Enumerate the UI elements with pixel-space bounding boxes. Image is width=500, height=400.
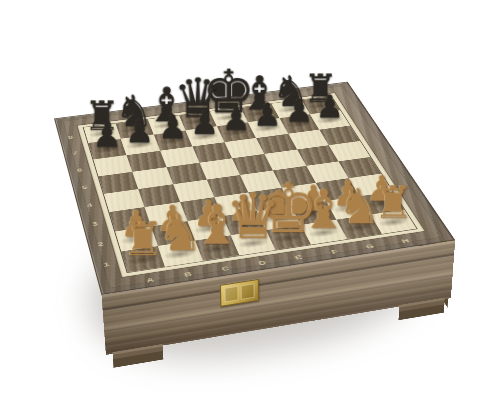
piece-white-rook[interactable]: ♜: [122, 216, 163, 262]
piece-black-pawn[interactable]: ♟: [190, 106, 219, 138]
square-e7[interactable]: ♟: [217, 122, 256, 142]
case-foot: [112, 344, 163, 368]
rank-label-6: 6: [75, 161, 85, 179]
latch-plate: [240, 283, 254, 300]
chess-case: ♜♞♝♛♚♝♞♜♟♟♟♟♟♟♟♟♟♟♟♟♟♟♟♟♜♞♝♛♚♝♞♜ ABCDEFG…: [54, 82, 455, 295]
piece-black-pawn[interactable]: ♟: [125, 115, 154, 148]
square-b7[interactable]: ♟: [121, 135, 159, 155]
rank-label-3: 3: [90, 214, 101, 234]
rank-label-4: 4: [84, 196, 94, 215]
piece-black-pawn[interactable]: ♟: [285, 95, 314, 127]
piece-black-pawn[interactable]: ♟: [253, 98, 282, 130]
piece-black-pawn[interactable]: ♟: [93, 119, 123, 152]
piece-black-pawn[interactable]: ♟: [316, 91, 344, 123]
rank-label-5: 5: [80, 178, 90, 196]
piece-white-knight[interactable]: ♞: [157, 207, 202, 257]
chess-set-photo: ♜♞♝♛♚♝♞♜♟♟♟♟♟♟♟♟♟♟♟♟♟♟♟♟♜♞♝♛♚♝♞♜ ABCDEFG…: [0, 0, 500, 400]
square-g7[interactable]: ♟: [279, 114, 319, 133]
piece-black-pawn[interactable]: ♟: [222, 102, 251, 134]
rank-label-8: 8: [66, 129, 75, 145]
rank-label-7: 7: [70, 145, 79, 162]
latch-plate: [224, 286, 238, 303]
front-brass-latch: [219, 279, 258, 307]
piece-black-pawn[interactable]: ♟: [158, 110, 187, 143]
rank-label-1: 1: [101, 254, 112, 276]
case-foot: [398, 297, 445, 320]
rank-label-2: 2: [95, 233, 106, 254]
